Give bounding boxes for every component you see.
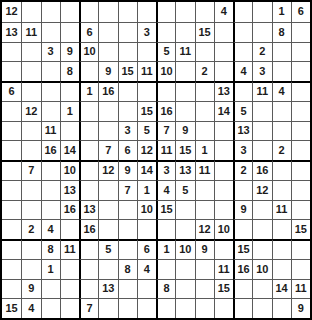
cell-r9c11[interactable]: 11 bbox=[195, 160, 214, 180]
cell-r13c10[interactable]: 10 bbox=[175, 239, 194, 259]
cell-r4c12[interactable] bbox=[214, 61, 233, 81]
cell-r9c9[interactable]: 3 bbox=[156, 160, 175, 180]
cell-r3c1[interactable] bbox=[2, 42, 21, 62]
cell-r16c15[interactable] bbox=[272, 298, 291, 318]
cell-r14c2[interactable] bbox=[21, 259, 40, 279]
cell-r14c15[interactable] bbox=[272, 259, 291, 279]
cell-r16c16[interactable]: 9 bbox=[291, 298, 310, 318]
cell-r10c6[interactable] bbox=[98, 180, 117, 200]
cell-r2c4[interactable] bbox=[60, 22, 79, 42]
cell-r15c10[interactable] bbox=[175, 279, 194, 299]
cell-r5c3[interactable] bbox=[41, 81, 60, 101]
cell-r13c3[interactable]: 8 bbox=[41, 239, 60, 259]
cell-r16c13[interactable] bbox=[233, 298, 252, 318]
cell-r11c1[interactable] bbox=[2, 200, 21, 220]
cell-r7c12[interactable] bbox=[214, 121, 233, 141]
cell-r3c9[interactable]: 5 bbox=[156, 42, 175, 62]
cell-r8c7[interactable]: 6 bbox=[118, 140, 137, 160]
cell-r1c14[interactable] bbox=[252, 2, 271, 22]
cell-r11c4[interactable]: 16 bbox=[60, 200, 79, 220]
cell-r2c10[interactable] bbox=[175, 22, 194, 42]
cell-r16c1[interactable]: 15 bbox=[2, 298, 21, 318]
cell-r11c8[interactable]: 10 bbox=[137, 200, 156, 220]
cell-r3c13[interactable] bbox=[233, 42, 252, 62]
cell-r5c4[interactable] bbox=[60, 81, 79, 101]
cell-r2c13[interactable] bbox=[233, 22, 252, 42]
cell-r1c8[interactable] bbox=[137, 2, 156, 22]
cell-r6c1[interactable] bbox=[2, 101, 21, 121]
cell-r11c3[interactable] bbox=[41, 200, 60, 220]
cell-r6c14[interactable] bbox=[252, 101, 271, 121]
cell-r16c7[interactable] bbox=[118, 298, 137, 318]
cell-r10c8[interactable]: 1 bbox=[137, 180, 156, 200]
cell-r16c3[interactable] bbox=[41, 298, 60, 318]
cell-r9c6[interactable]: 12 bbox=[98, 160, 117, 180]
cell-r8c10[interactable]: 15 bbox=[175, 140, 194, 160]
cell-r4c15[interactable] bbox=[272, 61, 291, 81]
cell-r9c3[interactable] bbox=[41, 160, 60, 180]
cell-r12c8[interactable] bbox=[137, 219, 156, 239]
cell-r11c15[interactable]: 11 bbox=[272, 200, 291, 220]
cell-r14c3[interactable]: 1 bbox=[41, 259, 60, 279]
cell-r6c11[interactable] bbox=[195, 101, 214, 121]
cell-r8c1[interactable] bbox=[2, 140, 21, 160]
cell-r13c11[interactable]: 9 bbox=[195, 239, 214, 259]
cell-r14c16[interactable] bbox=[291, 259, 310, 279]
cell-r7c3[interactable]: 11 bbox=[41, 121, 60, 141]
cell-r15c3[interactable] bbox=[41, 279, 60, 299]
cell-r12c6[interactable] bbox=[98, 219, 117, 239]
cell-r10c10[interactable]: 5 bbox=[175, 180, 194, 200]
cell-r1c6[interactable] bbox=[98, 2, 117, 22]
cell-r2c1[interactable]: 13 bbox=[2, 22, 21, 42]
cell-r15c11[interactable] bbox=[195, 279, 214, 299]
cell-r5c6[interactable]: 16 bbox=[98, 81, 117, 101]
cell-r13c12[interactable] bbox=[214, 239, 233, 259]
cell-r4c1[interactable] bbox=[2, 61, 21, 81]
cell-r1c12[interactable]: 4 bbox=[214, 2, 233, 22]
cell-r7c1[interactable] bbox=[2, 121, 21, 141]
cell-r14c13[interactable]: 16 bbox=[233, 259, 252, 279]
cell-r4c4[interactable]: 8 bbox=[60, 61, 79, 81]
cell-r4c14[interactable]: 3 bbox=[252, 61, 271, 81]
cell-r15c6[interactable]: 13 bbox=[98, 279, 117, 299]
cell-r1c10[interactable] bbox=[175, 2, 194, 22]
cell-r12c16[interactable]: 15 bbox=[291, 219, 310, 239]
cell-r6c6[interactable] bbox=[98, 101, 117, 121]
cell-r13c16[interactable] bbox=[291, 239, 310, 259]
cell-r13c2[interactable] bbox=[21, 239, 40, 259]
cell-r2c12[interactable] bbox=[214, 22, 233, 42]
cell-r6c13[interactable]: 5 bbox=[233, 101, 252, 121]
cell-r14c1[interactable] bbox=[2, 259, 21, 279]
cell-r15c12[interactable]: 15 bbox=[214, 279, 233, 299]
cell-r7c4[interactable] bbox=[60, 121, 79, 141]
cell-r10c9[interactable]: 4 bbox=[156, 180, 175, 200]
cell-r3c6[interactable] bbox=[98, 42, 117, 62]
cell-r12c1[interactable] bbox=[2, 219, 21, 239]
cell-r16c14[interactable] bbox=[252, 298, 271, 318]
cell-r8c6[interactable]: 7 bbox=[98, 140, 117, 160]
cell-r1c5[interactable] bbox=[79, 2, 98, 22]
cell-r3c14[interactable]: 2 bbox=[252, 42, 271, 62]
cell-r10c2[interactable] bbox=[21, 180, 40, 200]
cell-r11c13[interactable]: 9 bbox=[233, 200, 252, 220]
cell-r8c16[interactable] bbox=[291, 140, 310, 160]
cell-r6c15[interactable] bbox=[272, 101, 291, 121]
cell-r13c4[interactable]: 11 bbox=[60, 239, 79, 259]
cell-r4c6[interactable]: 9 bbox=[98, 61, 117, 81]
cell-r12c5[interactable]: 16 bbox=[79, 219, 98, 239]
cell-r9c15[interactable] bbox=[272, 160, 291, 180]
cell-r1c13[interactable] bbox=[233, 2, 252, 22]
cell-r7c9[interactable]: 7 bbox=[156, 121, 175, 141]
cell-r12c10[interactable] bbox=[175, 219, 194, 239]
cell-r8c12[interactable] bbox=[214, 140, 233, 160]
cell-r10c12[interactable] bbox=[214, 180, 233, 200]
cell-r10c4[interactable]: 13 bbox=[60, 180, 79, 200]
cell-r4c16[interactable] bbox=[291, 61, 310, 81]
cell-r4c11[interactable]: 2 bbox=[195, 61, 214, 81]
cell-r2c14[interactable] bbox=[252, 22, 271, 42]
cell-r2c7[interactable] bbox=[118, 22, 137, 42]
cell-r8c11[interactable]: 1 bbox=[195, 140, 214, 160]
cell-r9c12[interactable] bbox=[214, 160, 233, 180]
cell-r16c12[interactable] bbox=[214, 298, 233, 318]
cell-r5c15[interactable]: 4 bbox=[272, 81, 291, 101]
cell-r2c8[interactable]: 3 bbox=[137, 22, 156, 42]
cell-r14c9[interactable] bbox=[156, 259, 175, 279]
cell-r7c16[interactable] bbox=[291, 121, 310, 141]
cell-r15c4[interactable] bbox=[60, 279, 79, 299]
cell-r5c11[interactable] bbox=[195, 81, 214, 101]
cell-r15c7[interactable] bbox=[118, 279, 137, 299]
cell-r13c13[interactable]: 15 bbox=[233, 239, 252, 259]
cell-r10c14[interactable]: 12 bbox=[252, 180, 271, 200]
cell-r4c2[interactable] bbox=[21, 61, 40, 81]
cell-r8c4[interactable]: 14 bbox=[60, 140, 79, 160]
cell-r3c8[interactable] bbox=[137, 42, 156, 62]
cell-r2c3[interactable] bbox=[41, 22, 60, 42]
cell-r8c5[interactable] bbox=[79, 140, 98, 160]
cell-r12c11[interactable]: 12 bbox=[195, 219, 214, 239]
cell-r6c2[interactable]: 12 bbox=[21, 101, 40, 121]
cell-r14c4[interactable] bbox=[60, 259, 79, 279]
cell-r2c2[interactable]: 11 bbox=[21, 22, 40, 42]
cell-r16c8[interactable] bbox=[137, 298, 156, 318]
cell-r11c10[interactable] bbox=[175, 200, 194, 220]
cell-r2c16[interactable] bbox=[291, 22, 310, 42]
cell-r12c12[interactable]: 10 bbox=[214, 219, 233, 239]
cell-r8c2[interactable] bbox=[21, 140, 40, 160]
cell-r11c5[interactable]: 13 bbox=[79, 200, 98, 220]
cell-r4c9[interactable]: 10 bbox=[156, 61, 175, 81]
cell-r2c9[interactable] bbox=[156, 22, 175, 42]
cell-r5c7[interactable] bbox=[118, 81, 137, 101]
cell-r3c2[interactable] bbox=[21, 42, 40, 62]
cell-r16c11[interactable] bbox=[195, 298, 214, 318]
cell-r12c15[interactable] bbox=[272, 219, 291, 239]
cell-r7c6[interactable] bbox=[98, 121, 117, 141]
cell-r7c2[interactable] bbox=[21, 121, 40, 141]
cell-r15c14[interactable] bbox=[252, 279, 271, 299]
cell-r2c15[interactable]: 8 bbox=[272, 22, 291, 42]
cell-r9c5[interactable] bbox=[79, 160, 98, 180]
cell-r5c1[interactable]: 6 bbox=[2, 81, 21, 101]
cell-r14c8[interactable]: 4 bbox=[137, 259, 156, 279]
cell-r12c4[interactable] bbox=[60, 219, 79, 239]
cell-r10c11[interactable] bbox=[195, 180, 214, 200]
cell-r6c10[interactable] bbox=[175, 101, 194, 121]
cell-r11c7[interactable] bbox=[118, 200, 137, 220]
cell-r11c12[interactable] bbox=[214, 200, 233, 220]
cell-r11c6[interactable] bbox=[98, 200, 117, 220]
cell-r3c16[interactable] bbox=[291, 42, 310, 62]
cell-r6c16[interactable] bbox=[291, 101, 310, 121]
cell-r6c4[interactable]: 1 bbox=[60, 101, 79, 121]
cell-r16c9[interactable] bbox=[156, 298, 175, 318]
cell-r3c12[interactable] bbox=[214, 42, 233, 62]
cell-r4c5[interactable] bbox=[79, 61, 98, 81]
cell-r9c13[interactable]: 2 bbox=[233, 160, 252, 180]
cell-r5c5[interactable]: 1 bbox=[79, 81, 98, 101]
cell-r8c15[interactable]: 2 bbox=[272, 140, 291, 160]
cell-r12c7[interactable] bbox=[118, 219, 137, 239]
cell-r16c4[interactable] bbox=[60, 298, 79, 318]
cell-r2c5[interactable]: 6 bbox=[79, 22, 98, 42]
cell-r10c5[interactable] bbox=[79, 180, 98, 200]
cell-r8c3[interactable]: 16 bbox=[41, 140, 60, 160]
cell-r15c8[interactable] bbox=[137, 279, 156, 299]
cell-r14c14[interactable]: 10 bbox=[252, 259, 271, 279]
cell-r1c9[interactable] bbox=[156, 2, 175, 22]
cell-r10c3[interactable] bbox=[41, 180, 60, 200]
cell-r7c10[interactable]: 9 bbox=[175, 121, 194, 141]
cell-r12c3[interactable]: 4 bbox=[41, 219, 60, 239]
cell-r8c9[interactable]: 11 bbox=[156, 140, 175, 160]
cell-r13c9[interactable]: 1 bbox=[156, 239, 175, 259]
cell-r15c15[interactable]: 14 bbox=[272, 279, 291, 299]
cell-r9c8[interactable]: 14 bbox=[137, 160, 156, 180]
cell-r1c16[interactable]: 6 bbox=[291, 2, 310, 22]
cell-r4c10[interactable] bbox=[175, 61, 194, 81]
cell-r12c14[interactable] bbox=[252, 219, 271, 239]
cell-r13c6[interactable]: 5 bbox=[98, 239, 117, 259]
cell-r9c7[interactable]: 9 bbox=[118, 160, 137, 180]
cell-r13c14[interactable] bbox=[252, 239, 271, 259]
cell-r15c2[interactable]: 9 bbox=[21, 279, 40, 299]
cell-r13c8[interactable]: 6 bbox=[137, 239, 156, 259]
cell-r4c13[interactable]: 4 bbox=[233, 61, 252, 81]
cell-r14c7[interactable]: 8 bbox=[118, 259, 137, 279]
cell-r3c7[interactable] bbox=[118, 42, 137, 62]
cell-r7c5[interactable] bbox=[79, 121, 98, 141]
cell-r11c2[interactable] bbox=[21, 200, 40, 220]
cell-r11c11[interactable] bbox=[195, 200, 214, 220]
cell-r7c15[interactable] bbox=[272, 121, 291, 141]
cell-r15c5[interactable] bbox=[79, 279, 98, 299]
cell-r8c13[interactable]: 3 bbox=[233, 140, 252, 160]
cell-r3c4[interactable]: 9 bbox=[60, 42, 79, 62]
cell-r5c2[interactable] bbox=[21, 81, 40, 101]
cell-r5c10[interactable] bbox=[175, 81, 194, 101]
cell-r14c5[interactable] bbox=[79, 259, 98, 279]
cell-r9c2[interactable]: 7 bbox=[21, 160, 40, 180]
cell-r12c2[interactable]: 2 bbox=[21, 219, 40, 239]
cell-r16c6[interactable] bbox=[98, 298, 117, 318]
cell-r7c7[interactable]: 3 bbox=[118, 121, 137, 141]
cell-r13c1[interactable] bbox=[2, 239, 21, 259]
cell-r16c10[interactable] bbox=[175, 298, 194, 318]
cell-r3c3[interactable]: 3 bbox=[41, 42, 60, 62]
cell-r7c8[interactable]: 5 bbox=[137, 121, 156, 141]
cell-r6c8[interactable]: 15 bbox=[137, 101, 156, 121]
sudoku-board: 1241613116315839105112891511102436116131… bbox=[0, 0, 312, 320]
cell-r8c14[interactable] bbox=[252, 140, 271, 160]
cell-r5c8[interactable] bbox=[137, 81, 156, 101]
cell-r10c1[interactable] bbox=[2, 180, 21, 200]
cell-r10c13[interactable] bbox=[233, 180, 252, 200]
cell-r6c3[interactable] bbox=[41, 101, 60, 121]
cell-r3c15[interactable] bbox=[272, 42, 291, 62]
cell-r5c14[interactable]: 11 bbox=[252, 81, 271, 101]
cell-r1c3[interactable] bbox=[41, 2, 60, 22]
cell-r6c7[interactable] bbox=[118, 101, 137, 121]
cell-r7c11[interactable] bbox=[195, 121, 214, 141]
cell-r1c4[interactable] bbox=[60, 2, 79, 22]
cell-r14c11[interactable] bbox=[195, 259, 214, 279]
cell-r7c14[interactable] bbox=[252, 121, 271, 141]
cell-r14c12[interactable]: 11 bbox=[214, 259, 233, 279]
cell-r4c8[interactable]: 11 bbox=[137, 61, 156, 81]
cell-r12c9[interactable] bbox=[156, 219, 175, 239]
cell-r1c2[interactable] bbox=[21, 2, 40, 22]
cell-r9c14[interactable]: 16 bbox=[252, 160, 271, 180]
cell-r1c1[interactable]: 12 bbox=[2, 2, 21, 22]
cell-r13c15[interactable] bbox=[272, 239, 291, 259]
cell-r5c16[interactable] bbox=[291, 81, 310, 101]
cell-r11c9[interactable]: 15 bbox=[156, 200, 175, 220]
cell-r9c10[interactable]: 13 bbox=[175, 160, 194, 180]
cell-r15c16[interactable]: 11 bbox=[291, 279, 310, 299]
cell-r11c16[interactable] bbox=[291, 200, 310, 220]
cell-r9c4[interactable]: 10 bbox=[60, 160, 79, 180]
cell-r3c5[interactable]: 10 bbox=[79, 42, 98, 62]
cell-r1c11[interactable] bbox=[195, 2, 214, 22]
cell-r1c7[interactable] bbox=[118, 2, 137, 22]
cell-r4c3[interactable] bbox=[41, 61, 60, 81]
cell-r5c12[interactable]: 13 bbox=[214, 81, 233, 101]
cell-r2c6[interactable] bbox=[98, 22, 117, 42]
cell-r1c15[interactable]: 1 bbox=[272, 2, 291, 22]
cell-r12c13[interactable] bbox=[233, 219, 252, 239]
cell-r6c5[interactable] bbox=[79, 101, 98, 121]
cell-r6c9[interactable]: 16 bbox=[156, 101, 175, 121]
cell-r10c15[interactable] bbox=[272, 180, 291, 200]
cell-r9c16[interactable] bbox=[291, 160, 310, 180]
cell-r8c8[interactable]: 12 bbox=[137, 140, 156, 160]
cell-r3c10[interactable]: 11 bbox=[175, 42, 194, 62]
cell-r13c7[interactable] bbox=[118, 239, 137, 259]
cell-r15c13[interactable] bbox=[233, 279, 252, 299]
cell-r13c5[interactable] bbox=[79, 239, 98, 259]
cell-r10c16[interactable] bbox=[291, 180, 310, 200]
cell-r16c2[interactable]: 4 bbox=[21, 298, 40, 318]
cell-r3c11[interactable] bbox=[195, 42, 214, 62]
cell-r14c6[interactable] bbox=[98, 259, 117, 279]
cell-r5c13[interactable] bbox=[233, 81, 252, 101]
cell-r15c1[interactable] bbox=[2, 279, 21, 299]
cell-r15c9[interactable]: 8 bbox=[156, 279, 175, 299]
cell-r6c12[interactable]: 14 bbox=[214, 101, 233, 121]
cell-r14c10[interactable] bbox=[175, 259, 194, 279]
cell-r16c5[interactable]: 7 bbox=[79, 298, 98, 318]
cell-r5c9[interactable] bbox=[156, 81, 175, 101]
cell-r10c7[interactable]: 7 bbox=[118, 180, 137, 200]
cell-r2c11[interactable]: 15 bbox=[195, 22, 214, 42]
cell-r11c14[interactable] bbox=[252, 200, 271, 220]
cell-r4c7[interactable]: 15 bbox=[118, 61, 137, 81]
cell-r7c13[interactable]: 13 bbox=[233, 121, 252, 141]
cell-r9c1[interactable] bbox=[2, 160, 21, 180]
